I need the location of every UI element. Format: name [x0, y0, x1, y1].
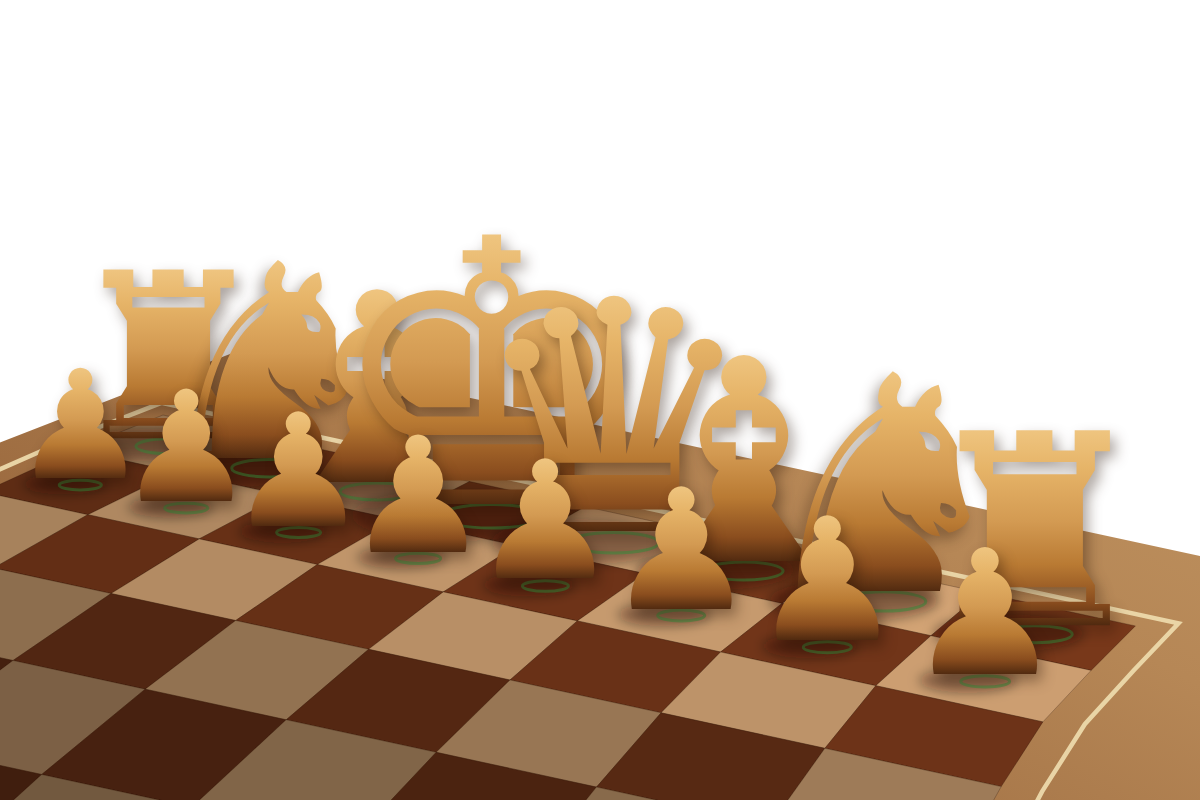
scene: ♜♞♝♚♛♝♞♜♟♟♟♟♟♟♟♟ Hand-carved burnt boxwo…	[0, 0, 1200, 800]
piece-pawn-b2[interactable]: ♟	[742, 495, 913, 666]
piece-pawn-a2[interactable]: ♟	[898, 527, 1072, 701]
piece-pawn-c2[interactable]: ♟	[597, 467, 765, 635]
